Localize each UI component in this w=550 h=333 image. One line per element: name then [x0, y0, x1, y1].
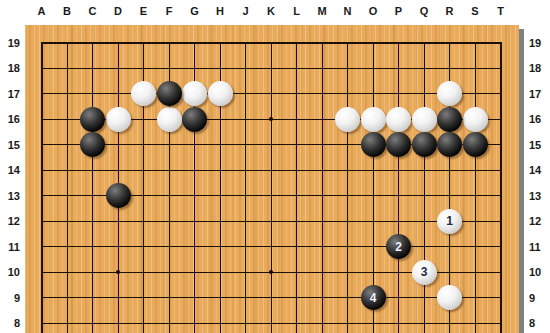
coord-label-row-14-left: 14 [0, 162, 20, 178]
stone-white[interactable] [208, 81, 233, 106]
coord-label-row-12-right: 12 [529, 213, 549, 229]
coord-label-row-11-left: 11 [0, 239, 20, 255]
coord-label-row-14-right: 14 [529, 162, 549, 178]
coord-label-col-Q: Q [414, 3, 434, 19]
stone-black[interactable] [106, 183, 131, 208]
stone-white[interactable] [157, 107, 182, 132]
stone-black[interactable] [80, 132, 105, 157]
stone-white[interactable] [437, 285, 462, 310]
go-diagram: 1324 ABCDEFGHJKLMNOPQRST 191817161514131… [0, 0, 550, 333]
stone-move-number: 1 [446, 215, 453, 227]
coord-label-row-16-right: 16 [529, 111, 549, 127]
coord-label-row-18-right: 18 [529, 60, 549, 76]
grid-line-vertical [271, 42, 272, 333]
stone-white[interactable] [463, 107, 488, 132]
stone-white[interactable] [386, 107, 411, 132]
stone-white[interactable] [131, 81, 156, 106]
coord-label-row-10-right: 10 [529, 264, 549, 280]
stone-black[interactable] [437, 107, 462, 132]
grid-line-vertical [41, 42, 43, 333]
grid-line-vertical [296, 42, 297, 333]
coord-label-row-9-left: 9 [0, 290, 20, 306]
grid-line-horizontal [41, 221, 502, 222]
coord-label-row-15-left: 15 [0, 137, 20, 153]
grid-line-horizontal [41, 323, 502, 324]
stone-move-number: 4 [370, 292, 377, 304]
grid-line-vertical [500, 42, 502, 333]
grid-line-horizontal [41, 170, 502, 171]
coord-label-col-C: C [83, 3, 103, 19]
grid-line-horizontal [41, 68, 502, 69]
coord-label-row-10-left: 10 [0, 264, 20, 280]
coord-label-col-S: S [465, 3, 485, 19]
coord-label-col-A: A [32, 3, 52, 19]
star-point [269, 117, 273, 121]
coord-label-row-13-left: 13 [0, 188, 20, 204]
grid-line-vertical [67, 42, 68, 333]
grid-line-vertical [92, 42, 93, 333]
coord-label-col-R: R [440, 3, 460, 19]
coord-label-row-18-left: 18 [0, 60, 20, 76]
coord-label-col-L: L [287, 3, 307, 19]
coord-label-row-19-right: 19 [529, 35, 549, 51]
stone-black-move-2[interactable]: 2 [386, 234, 411, 259]
stone-black[interactable] [412, 132, 437, 157]
stone-black[interactable] [386, 132, 411, 157]
stone-black[interactable] [80, 107, 105, 132]
coord-label-row-13-right: 13 [529, 188, 549, 204]
grid-line-vertical [398, 42, 399, 333]
stone-black[interactable] [463, 132, 488, 157]
coord-label-col-K: K [261, 3, 281, 19]
coord-label-col-H: H [210, 3, 230, 19]
stone-black[interactable] [182, 107, 207, 132]
grid-line-vertical [245, 42, 246, 333]
stone-white[interactable] [182, 81, 207, 106]
stone-white[interactable] [335, 107, 360, 132]
coord-label-col-B: B [57, 3, 77, 19]
stone-white[interactable] [106, 107, 131, 132]
coord-label-row-15-right: 15 [529, 137, 549, 153]
stone-black[interactable] [157, 81, 182, 106]
grid-line-vertical [347, 42, 348, 333]
grid-line-horizontal [41, 42, 502, 44]
coord-label-row-17-right: 17 [529, 86, 549, 102]
grid-line-vertical [475, 42, 476, 333]
coord-label-col-T: T [491, 3, 511, 19]
coord-label-row-9-right: 9 [529, 290, 549, 306]
coord-label-col-E: E [134, 3, 154, 19]
grid-line-horizontal [41, 246, 502, 247]
coord-label-col-N: N [338, 3, 358, 19]
stone-black[interactable] [437, 132, 462, 157]
coord-label-col-M: M [312, 3, 332, 19]
stone-move-number: 3 [421, 266, 428, 278]
stone-white[interactable] [437, 81, 462, 106]
coord-label-col-G: G [185, 3, 205, 19]
coord-label-row-19-left: 19 [0, 35, 20, 51]
board-shadow [519, 29, 524, 333]
stone-black[interactable] [361, 132, 386, 157]
stone-black-move-4[interactable]: 4 [361, 285, 386, 310]
coord-label-row-16-left: 16 [0, 111, 20, 127]
grid-line-vertical [322, 42, 323, 333]
coord-label-col-O: O [363, 3, 383, 19]
grid-line-horizontal [41, 93, 502, 94]
coord-label-col-P: P [389, 3, 409, 19]
goban[interactable]: 1324 [25, 25, 519, 333]
coord-label-row-12-left: 12 [0, 213, 20, 229]
grid-line-vertical [424, 42, 425, 333]
stone-move-number: 2 [395, 241, 402, 253]
coord-label-row-8-right: 8 [529, 315, 549, 331]
coord-label-row-11-right: 11 [529, 239, 549, 255]
stone-white-move-3[interactable]: 3 [412, 260, 437, 285]
coord-label-col-J: J [236, 3, 256, 19]
stone-white[interactable] [412, 107, 437, 132]
coord-label-row-8-left: 8 [0, 315, 20, 331]
stone-white[interactable] [361, 107, 386, 132]
stone-white-move-1[interactable]: 1 [437, 209, 462, 234]
coord-label-row-17-left: 17 [0, 86, 20, 102]
star-point [116, 270, 120, 274]
star-point [269, 270, 273, 274]
grid-line-horizontal [41, 297, 502, 298]
coord-label-col-D: D [108, 3, 128, 19]
coord-label-col-F: F [159, 3, 179, 19]
